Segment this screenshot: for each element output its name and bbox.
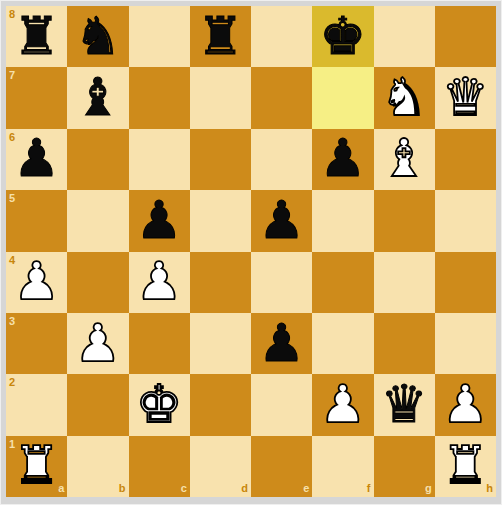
square-a2[interactable]: 2 bbox=[6, 374, 67, 435]
square-b2[interactable] bbox=[67, 374, 128, 435]
square-h8[interactable] bbox=[435, 6, 496, 67]
square-d1[interactable]: d bbox=[190, 436, 251, 497]
square-b1[interactable]: b bbox=[67, 436, 128, 497]
square-f2[interactable]: ♟ bbox=[312, 374, 373, 435]
square-e4[interactable] bbox=[251, 252, 312, 313]
square-g5[interactable] bbox=[374, 190, 435, 251]
white-pawn: ♟ bbox=[442, 378, 489, 430]
square-a5[interactable]: 5 bbox=[6, 190, 67, 251]
black-pawn: ♟ bbox=[258, 194, 305, 246]
square-h3[interactable] bbox=[435, 313, 496, 374]
square-e5[interactable]: ♟ bbox=[251, 190, 312, 251]
square-f5[interactable] bbox=[312, 190, 373, 251]
square-f3[interactable] bbox=[312, 313, 373, 374]
black-knight: ♞ bbox=[75, 10, 122, 62]
chess-board-frame: 8♜♞♜♚7♝♞♛6♟♟♝5♟♟4♟♟3♟♟2♚♟♛♟1a♜bcdefgh♜ bbox=[0, 0, 502, 505]
black-rook: ♜ bbox=[197, 10, 244, 62]
white-pawn: ♟ bbox=[320, 378, 367, 430]
square-f6[interactable]: ♟ bbox=[312, 129, 373, 190]
square-g7[interactable]: ♞ bbox=[374, 67, 435, 128]
square-f4[interactable] bbox=[312, 252, 373, 313]
square-c2[interactable]: ♚ bbox=[129, 374, 190, 435]
square-f8[interactable]: ♚ bbox=[312, 6, 373, 67]
black-queen: ♛ bbox=[381, 378, 428, 430]
square-h7[interactable]: ♛ bbox=[435, 67, 496, 128]
file-label-f: f bbox=[367, 483, 371, 494]
file-label-g: g bbox=[425, 483, 432, 494]
file-label-c: c bbox=[181, 483, 187, 494]
square-a6[interactable]: 6♟ bbox=[6, 129, 67, 190]
square-a3[interactable]: 3 bbox=[6, 313, 67, 374]
square-g8[interactable] bbox=[374, 6, 435, 67]
square-c5[interactable]: ♟ bbox=[129, 190, 190, 251]
square-c6[interactable] bbox=[129, 129, 190, 190]
white-pawn: ♟ bbox=[136, 255, 183, 307]
white-king: ♚ bbox=[136, 378, 183, 430]
square-b3[interactable]: ♟ bbox=[67, 313, 128, 374]
file-label-d: d bbox=[241, 483, 248, 494]
rank-label-7: 7 bbox=[9, 70, 15, 81]
white-rook: ♜ bbox=[13, 439, 60, 491]
square-g4[interactable] bbox=[374, 252, 435, 313]
black-pawn: ♟ bbox=[136, 194, 183, 246]
square-d6[interactable] bbox=[190, 129, 251, 190]
square-d5[interactable] bbox=[190, 190, 251, 251]
square-c8[interactable] bbox=[129, 6, 190, 67]
square-e6[interactable] bbox=[251, 129, 312, 190]
rank-label-2: 2 bbox=[9, 377, 15, 388]
square-h4[interactable] bbox=[435, 252, 496, 313]
square-e1[interactable]: e bbox=[251, 436, 312, 497]
black-pawn: ♟ bbox=[13, 132, 60, 184]
square-d3[interactable] bbox=[190, 313, 251, 374]
file-label-e: e bbox=[303, 483, 309, 494]
square-e3[interactable]: ♟ bbox=[251, 313, 312, 374]
square-a8[interactable]: 8♜ bbox=[6, 6, 67, 67]
white-rook: ♜ bbox=[442, 439, 489, 491]
white-bishop: ♝ bbox=[381, 132, 428, 184]
square-g1[interactable]: g bbox=[374, 436, 435, 497]
square-c3[interactable] bbox=[129, 313, 190, 374]
white-pawn: ♟ bbox=[13, 255, 60, 307]
square-e2[interactable] bbox=[251, 374, 312, 435]
black-king: ♚ bbox=[320, 10, 367, 62]
square-b7[interactable]: ♝ bbox=[67, 67, 128, 128]
square-d7[interactable] bbox=[190, 67, 251, 128]
square-c4[interactable]: ♟ bbox=[129, 252, 190, 313]
white-knight: ♞ bbox=[381, 71, 428, 123]
square-c1[interactable]: c bbox=[129, 436, 190, 497]
black-pawn: ♟ bbox=[258, 317, 305, 369]
square-b4[interactable] bbox=[67, 252, 128, 313]
square-h5[interactable] bbox=[435, 190, 496, 251]
square-h6[interactable] bbox=[435, 129, 496, 190]
black-pawn: ♟ bbox=[320, 132, 367, 184]
black-rook: ♜ bbox=[13, 10, 60, 62]
rank-label-5: 5 bbox=[9, 193, 15, 204]
chess-board: 8♜♞♜♚7♝♞♛6♟♟♝5♟♟4♟♟3♟♟2♚♟♛♟1a♜bcdefgh♜ bbox=[6, 6, 496, 497]
square-a4[interactable]: 4♟ bbox=[6, 252, 67, 313]
square-b6[interactable] bbox=[67, 129, 128, 190]
white-pawn: ♟ bbox=[75, 317, 122, 369]
square-e7[interactable] bbox=[251, 67, 312, 128]
square-d4[interactable] bbox=[190, 252, 251, 313]
square-b8[interactable]: ♞ bbox=[67, 6, 128, 67]
rank-label-3: 3 bbox=[9, 316, 15, 327]
square-f1[interactable]: f bbox=[312, 436, 373, 497]
square-g6[interactable]: ♝ bbox=[374, 129, 435, 190]
square-h1[interactable]: h♜ bbox=[435, 436, 496, 497]
square-g3[interactable] bbox=[374, 313, 435, 374]
square-f7[interactable] bbox=[312, 67, 373, 128]
square-a7[interactable]: 7 bbox=[6, 67, 67, 128]
square-b5[interactable] bbox=[67, 190, 128, 251]
square-c7[interactable] bbox=[129, 67, 190, 128]
square-d2[interactable] bbox=[190, 374, 251, 435]
white-queen: ♛ bbox=[442, 71, 489, 123]
square-g2[interactable]: ♛ bbox=[374, 374, 435, 435]
square-e8[interactable] bbox=[251, 6, 312, 67]
black-bishop: ♝ bbox=[75, 71, 122, 123]
square-d8[interactable]: ♜ bbox=[190, 6, 251, 67]
file-label-b: b bbox=[119, 483, 126, 494]
square-h2[interactable]: ♟ bbox=[435, 374, 496, 435]
square-a1[interactable]: 1a♜ bbox=[6, 436, 67, 497]
